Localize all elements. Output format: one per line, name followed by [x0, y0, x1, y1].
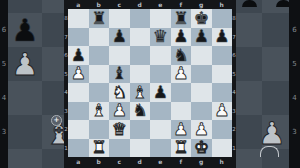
- square-c2[interactable]: ♛: [109, 120, 130, 139]
- bg-rank-label-6: 6: [0, 26, 8, 34]
- square-e3[interactable]: [150, 102, 171, 121]
- white-rook: ♜: [173, 139, 188, 156]
- white-rook: ♜: [91, 139, 106, 156]
- file-label-f: f: [171, 157, 192, 168]
- white-king: ♚: [194, 139, 209, 156]
- file-label-a: a: [68, 157, 89, 168]
- bg-black-pawn-icon: ♟: [11, 15, 39, 46]
- white-pawn: ♟: [173, 65, 188, 82]
- rank-label-4: 4: [232, 83, 236, 102]
- square-f6[interactable]: ♞: [171, 46, 192, 65]
- square-c7[interactable]: ♟: [109, 28, 130, 47]
- square-g1[interactable]: ♚: [191, 139, 212, 158]
- square-e4[interactable]: ♟: [150, 83, 171, 102]
- file-labels-top: abcdefgh: [68, 0, 232, 9]
- white-bishop: ♝: [132, 84, 147, 101]
- bg-rank-label-4: 4: [0, 94, 8, 102]
- bg-white-pawn-icon: ♟: [258, 118, 286, 149]
- square-c1[interactable]: [109, 139, 130, 158]
- rank-label-6: 6: [232, 46, 236, 65]
- file-label-e: e: [150, 0, 171, 9]
- square-g6[interactable]: [191, 46, 212, 65]
- black-rook: ♜: [91, 10, 106, 27]
- file-label-f: f: [171, 0, 192, 9]
- bg-rank-label-5: 5: [289, 60, 300, 68]
- square-e1[interactable]: [150, 139, 171, 158]
- square-e5[interactable]: [150, 65, 171, 84]
- background-rank-labels-right: 6543: [289, 0, 300, 168]
- square-e6[interactable]: [150, 46, 171, 65]
- square-h3[interactable]: ♟: [212, 102, 233, 121]
- square-a8[interactable]: [68, 9, 89, 28]
- white-queen: ♛: [112, 121, 127, 138]
- file-label-h: h: [212, 0, 233, 9]
- rank-label-3: 3: [232, 102, 236, 121]
- white-pawn: ♟: [194, 121, 209, 138]
- white-knight: ♞: [112, 84, 127, 101]
- square-f7[interactable]: ♟: [171, 28, 192, 47]
- square-d7[interactable]: [130, 28, 151, 47]
- squares-grid: ♜♜♚♟♛♟♟♟♟♞♟♝♟♞♝♟♝♟♞♟♛♟♟♜♜♚: [68, 9, 232, 157]
- square-h1[interactable]: [212, 139, 233, 158]
- background-board-left: ♟ ♟ ♝ +: [0, 0, 64, 168]
- square-f2[interactable]: ♟: [171, 120, 192, 139]
- file-label-g: g: [191, 0, 212, 9]
- square-a3[interactable]: [68, 102, 89, 121]
- rank-label-1: 1: [232, 139, 236, 158]
- bg-white-pawn-icon: ♟: [11, 49, 39, 80]
- square-b7[interactable]: [89, 28, 110, 47]
- bg-rank-label-3: 3: [289, 128, 300, 136]
- video-frame: ♟ ♟ ♝ + 6543 ♟ 6543 abcdefgh abcdefgh 87…: [0, 0, 300, 168]
- bg-white-pawn-top-icon: [260, 146, 279, 157]
- square-g3[interactable]: [191, 102, 212, 121]
- rank-label-8: 8: [232, 9, 236, 28]
- bg-rank-label-3: 3: [0, 128, 8, 136]
- square-h7[interactable]: ♟: [212, 28, 233, 47]
- chess-board: abcdefgh abcdefgh 87654321 87654321 ♜♜♚♟…: [64, 0, 236, 168]
- square-f1[interactable]: ♜: [171, 139, 192, 158]
- square-g2[interactable]: ♟: [191, 120, 212, 139]
- bg-rank-label-6: 6: [289, 26, 300, 34]
- square-d2[interactable]: [130, 120, 151, 139]
- square-g7[interactable]: ♟: [191, 28, 212, 47]
- square-f5[interactable]: ♟: [171, 65, 192, 84]
- rank-label-7: 7: [232, 28, 236, 47]
- square-d8[interactable]: [130, 9, 151, 28]
- square-c4[interactable]: ♞: [109, 83, 130, 102]
- black-knight: ♞: [132, 102, 147, 119]
- square-e8[interactable]: [150, 9, 171, 28]
- square-g4[interactable]: [191, 83, 212, 102]
- square-b3[interactable]: ♝: [89, 102, 110, 121]
- white-pawn: ♟: [112, 102, 127, 119]
- square-h5[interactable]: [212, 65, 233, 84]
- plus-badge: +: [51, 115, 62, 126]
- square-h6[interactable]: [212, 46, 233, 65]
- square-b1[interactable]: ♜: [89, 139, 110, 158]
- file-labels-bottom: abcdefgh: [68, 157, 232, 168]
- square-c3[interactable]: ♟: [109, 102, 130, 121]
- black-knight: ♞: [173, 47, 188, 64]
- square-d4[interactable]: ♝: [130, 83, 151, 102]
- square-a4[interactable]: [68, 83, 89, 102]
- black-pawn: ♟: [112, 28, 127, 45]
- file-label-b: b: [89, 157, 110, 168]
- background-rank-labels-left: 6543: [0, 0, 8, 168]
- white-pawn: ♟: [173, 121, 188, 138]
- square-h8[interactable]: [212, 9, 233, 28]
- file-label-b: b: [89, 0, 110, 9]
- square-d5[interactable]: [130, 65, 151, 84]
- bg-rank-label-4: 4: [289, 94, 300, 102]
- file-label-d: d: [130, 0, 151, 9]
- white-bishop: ♝: [91, 102, 106, 119]
- square-e7[interactable]: ♛: [150, 28, 171, 47]
- black-pawn: ♟: [214, 28, 229, 45]
- black-king: ♚: [194, 10, 209, 27]
- square-a2[interactable]: [68, 120, 89, 139]
- bg-black-pawn-top-icon: [276, 0, 289, 7]
- black-pawn: ♟: [153, 84, 168, 101]
- square-h2[interactable]: [212, 120, 233, 139]
- square-a1[interactable]: [68, 139, 89, 158]
- file-label-c: c: [109, 0, 130, 9]
- file-label-g: g: [191, 157, 212, 168]
- square-c5[interactable]: ♝: [109, 65, 130, 84]
- black-rook: ♜: [173, 10, 188, 27]
- square-d3[interactable]: ♞: [130, 102, 151, 121]
- black-bishop: ♝: [112, 65, 127, 82]
- square-f3[interactable]: [171, 102, 192, 121]
- square-h4[interactable]: [212, 83, 233, 102]
- square-a6[interactable]: ♟: [68, 46, 89, 65]
- black-pawn: ♟: [194, 28, 209, 45]
- square-g5[interactable]: [191, 65, 212, 84]
- square-c8[interactable]: [109, 9, 130, 28]
- file-label-a: a: [68, 0, 89, 9]
- square-e2[interactable]: [150, 120, 171, 139]
- file-label-h: h: [212, 157, 233, 168]
- square-g8[interactable]: ♚: [191, 9, 212, 28]
- square-d6[interactable]: [130, 46, 151, 65]
- file-label-c: c: [109, 157, 130, 168]
- white-pawn: ♟: [214, 102, 229, 119]
- bg-black-pawn-top-icon: [242, 0, 257, 7]
- rank-label-5: 5: [232, 65, 236, 84]
- square-a5[interactable]: ♟: [68, 65, 89, 84]
- square-f8[interactable]: ♜: [171, 9, 192, 28]
- square-c6[interactable]: [109, 46, 130, 65]
- square-b2[interactable]: [89, 120, 110, 139]
- square-f4[interactable]: [171, 83, 192, 102]
- square-d1[interactable]: [130, 139, 151, 158]
- square-b8[interactable]: ♜: [89, 9, 110, 28]
- square-b6[interactable]: [89, 46, 110, 65]
- square-b5[interactable]: [89, 65, 110, 84]
- black-pawn: ♟: [71, 47, 86, 64]
- bg-rank-label-5: 5: [0, 60, 8, 68]
- file-label-e: e: [150, 157, 171, 168]
- square-b4[interactable]: [89, 83, 110, 102]
- square-a7[interactable]: [68, 28, 89, 47]
- white-pawn: ♟: [71, 65, 86, 82]
- black-queen: ♛: [153, 28, 168, 45]
- background-board-right: ♟: [236, 0, 289, 168]
- rank-labels-right: 87654321: [232, 9, 236, 157]
- black-pawn: ♟: [173, 28, 188, 45]
- file-label-d: d: [130, 157, 151, 168]
- rank-label-2: 2: [232, 120, 236, 139]
